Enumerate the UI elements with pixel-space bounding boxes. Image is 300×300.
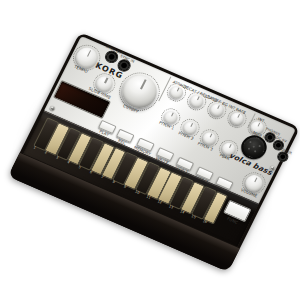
step-number: 14 [179, 210, 185, 215]
sync-in-label: SYNC IN [120, 54, 135, 63]
panel-screw [49, 105, 56, 111]
step-number: 11 [145, 195, 151, 200]
step-number: 4 [66, 161, 70, 165]
step-number: 6 [89, 171, 93, 175]
step-number: 9 [123, 186, 127, 190]
power-switch[interactable]: POWER [275, 150, 290, 164]
vco3-pitch-knob[interactable]: PITCH 3 [201, 130, 219, 146]
lfo-rate-knob[interactable]: RATE [228, 111, 246, 127]
step-number: 12 [157, 200, 163, 205]
rec-button[interactable]: REC [116, 129, 134, 143]
step-number: 1 [33, 146, 37, 150]
func-button[interactable]: FUNC [223, 200, 252, 223]
step-number: 8 [112, 181, 116, 185]
play-button[interactable]: PLAY [98, 120, 116, 134]
step-number: 2 [44, 151, 48, 155]
cutoff-eg-int-knob[interactable]: CUTOFF EG INT [208, 102, 226, 118]
func-label: FUNC [226, 216, 239, 225]
step-number: 3 [55, 156, 59, 160]
step-number: 15 [190, 215, 196, 220]
power-label: POWER [279, 146, 293, 155]
product-photo: SYNC OUT SYNC IN KORG TEMPO SLIDE TIME [0, 0, 300, 300]
step-number: 7 [100, 176, 104, 180]
decay-release-knob[interactable]: DECAY / RELEASE [188, 93, 206, 109]
dc-label: DC 9V [275, 135, 287, 143]
memory-button[interactable]: MEMORY [136, 137, 154, 151]
midi-pins [252, 145, 255, 148]
step-number: 16 [202, 220, 208, 225]
cutoff-knob[interactable]: CUTOFF [116, 70, 162, 113]
slide-time-knob[interactable]: SLIDE TIME [93, 74, 115, 94]
vco2-pitch-knob[interactable]: PITCH 2 [181, 120, 199, 136]
write-button[interactable]: WRITE [156, 147, 174, 161]
step-number: 10 [134, 190, 140, 195]
step-number: 13 [168, 205, 174, 210]
step-number: 5 [78, 166, 82, 170]
volume-knob[interactable]: VOLUME [242, 172, 265, 194]
phones-label: PHONES [265, 127, 281, 137]
vco1-pitch-knob[interactable]: PITCH 1 [162, 109, 180, 125]
